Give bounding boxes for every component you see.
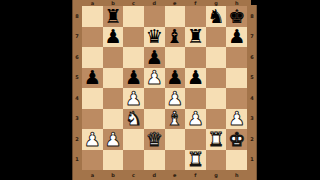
square-d2[interactable]: ♛ — [144, 129, 165, 150]
black-pawn-piece: ♟ — [84, 68, 101, 87]
black-pawn-piece: ♟ — [146, 47, 163, 66]
square-g8[interactable]: ♞ — [206, 6, 227, 27]
rank-label-6: 6 — [247, 47, 257, 68]
square-c4[interactable]: ♟ — [123, 88, 144, 109]
rank-labels-right: 87654321 — [247, 6, 257, 170]
rank-label-8: 8 — [72, 6, 82, 27]
black-rook-piece: ♜ — [104, 6, 121, 25]
square-e4[interactable]: ♟ — [165, 88, 186, 109]
square-a5[interactable]: ♟ — [82, 68, 103, 89]
file-label-h: h — [226, 170, 247, 180]
square-h3[interactable]: ♟ — [226, 109, 247, 130]
square-b7[interactable]: ♟ — [103, 27, 124, 48]
square-e5[interactable]: ♟ — [165, 68, 186, 89]
white-rook-piece: ♜ — [208, 129, 225, 148]
black-king-piece: ♚ — [228, 6, 245, 25]
rank-label-6: 6 — [72, 47, 82, 68]
square-h5[interactable] — [226, 68, 247, 89]
square-h6[interactable] — [226, 47, 247, 68]
file-label-g: g — [206, 170, 227, 180]
square-h1[interactable] — [226, 150, 247, 171]
square-a8[interactable] — [82, 6, 103, 27]
square-d4[interactable] — [144, 88, 165, 109]
white-pawn-piece: ♟ — [84, 129, 101, 148]
white-queen-piece: ♛ — [146, 129, 163, 148]
square-e6[interactable] — [165, 47, 186, 68]
rank-label-8: 8 — [247, 6, 257, 27]
square-b2[interactable]: ♟ — [103, 129, 124, 150]
rank-label-1: 1 — [247, 150, 257, 171]
square-g4[interactable] — [206, 88, 227, 109]
rank-label-2: 2 — [72, 129, 82, 150]
square-c7[interactable] — [123, 27, 144, 48]
black-knight-piece: ♞ — [208, 6, 225, 25]
screenshot-stage: abcdefgh 87654321 87654321 ♜♞♚♟♛♝♜♟♟♟♟♟♟… — [0, 0, 320, 180]
chess-board: abcdefgh 87654321 87654321 ♜♞♚♟♛♝♜♟♟♟♟♟♟… — [72, 0, 257, 180]
square-f6[interactable] — [185, 47, 206, 68]
square-f3[interactable]: ♟ — [185, 109, 206, 130]
square-e3[interactable]: ♝ — [165, 109, 186, 130]
black-to-move-indicator — [251, 0, 257, 5]
square-f5[interactable]: ♟ — [185, 68, 206, 89]
white-pawn-piece: ♟ — [146, 68, 163, 87]
black-pawn-piece: ♟ — [228, 27, 245, 46]
square-h8[interactable]: ♚ — [226, 6, 247, 27]
square-d1[interactable] — [144, 150, 165, 171]
square-c2[interactable] — [123, 129, 144, 150]
file-labels-bottom: abcdefgh — [82, 170, 247, 180]
square-c6[interactable] — [123, 47, 144, 68]
white-bishop-piece: ♝ — [166, 109, 183, 128]
square-g7[interactable] — [206, 27, 227, 48]
rank-labels-left: 87654321 — [72, 6, 82, 170]
square-d7[interactable]: ♛ — [144, 27, 165, 48]
white-pawn-piece: ♟ — [228, 109, 245, 128]
square-h2[interactable]: ♚ — [226, 129, 247, 150]
black-pawn-piece: ♟ — [166, 68, 183, 87]
square-b1[interactable] — [103, 150, 124, 171]
file-label-a: a — [82, 170, 103, 180]
square-a3[interactable] — [82, 109, 103, 130]
square-b6[interactable] — [103, 47, 124, 68]
file-label-c: c — [123, 170, 144, 180]
black-queen-piece: ♛ — [146, 27, 163, 46]
rank-label-1: 1 — [72, 150, 82, 171]
square-c8[interactable] — [123, 6, 144, 27]
square-h4[interactable] — [226, 88, 247, 109]
square-f4[interactable] — [185, 88, 206, 109]
black-bishop-piece: ♝ — [166, 27, 183, 46]
square-e2[interactable] — [165, 129, 186, 150]
square-a7[interactable] — [82, 27, 103, 48]
rank-label-7: 7 — [247, 27, 257, 48]
white-pawn-piece: ♟ — [125, 88, 142, 107]
square-a2[interactable]: ♟ — [82, 129, 103, 150]
square-b3[interactable] — [103, 109, 124, 130]
rank-label-5: 5 — [247, 68, 257, 89]
rank-label-7: 7 — [72, 27, 82, 48]
square-b4[interactable] — [103, 88, 124, 109]
square-e8[interactable] — [165, 6, 186, 27]
square-h7[interactable]: ♟ — [226, 27, 247, 48]
white-pawn-piece: ♟ — [166, 88, 183, 107]
black-pawn-piece: ♟ — [125, 68, 142, 87]
rank-label-3: 3 — [247, 109, 257, 130]
square-a4[interactable] — [82, 88, 103, 109]
file-label-e: e — [165, 170, 186, 180]
square-g5[interactable] — [206, 68, 227, 89]
square-g3[interactable] — [206, 109, 227, 130]
square-c5[interactable]: ♟ — [123, 68, 144, 89]
file-label-d: d — [144, 170, 165, 180]
file-label-f: f — [185, 170, 206, 180]
white-pawn-piece: ♟ — [187, 109, 204, 128]
square-e7[interactable]: ♝ — [165, 27, 186, 48]
black-pawn-piece: ♟ — [187, 68, 204, 87]
white-king-piece: ♚ — [228, 129, 245, 148]
square-f8[interactable] — [185, 6, 206, 27]
rank-label-4: 4 — [247, 88, 257, 109]
rank-label-5: 5 — [72, 68, 82, 89]
square-g1[interactable] — [206, 150, 227, 171]
rank-label-4: 4 — [72, 88, 82, 109]
file-label-b: b — [103, 170, 124, 180]
square-a1[interactable] — [82, 150, 103, 171]
rank-label-3: 3 — [72, 109, 82, 130]
square-g6[interactable] — [206, 47, 227, 68]
rank-label-2: 2 — [247, 129, 257, 150]
square-b5[interactable] — [103, 68, 124, 89]
black-rook-piece: ♜ — [187, 27, 204, 46]
white-knight-piece: ♞ — [125, 109, 142, 128]
square-d6[interactable]: ♟ — [144, 47, 165, 68]
square-d3[interactable] — [144, 109, 165, 130]
square-e1[interactable] — [165, 150, 186, 171]
square-g2[interactable]: ♜ — [206, 129, 227, 150]
square-a6[interactable] — [82, 47, 103, 68]
square-d5[interactable]: ♟ — [144, 68, 165, 89]
square-f1[interactable]: ♜ — [185, 150, 206, 171]
square-f7[interactable]: ♜ — [185, 27, 206, 48]
white-rook-piece: ♜ — [187, 150, 204, 169]
square-c3[interactable]: ♞ — [123, 109, 144, 130]
white-pawn-piece: ♟ — [104, 129, 121, 148]
square-c1[interactable] — [123, 150, 144, 171]
black-pawn-piece: ♟ — [104, 27, 121, 46]
board-grid: ♜♞♚♟♛♝♜♟♟♟♟♟♟♟♟♟♞♝♟♟♟♟♛♜♚♜ — [82, 6, 247, 170]
square-d8[interactable] — [144, 6, 165, 27]
square-f2[interactable] — [185, 129, 206, 150]
square-b8[interactable]: ♜ — [103, 6, 124, 27]
